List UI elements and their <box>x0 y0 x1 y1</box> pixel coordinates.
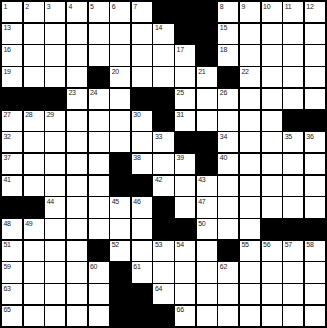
crossword-cell[interactable]: 57 <box>283 241 303 261</box>
crossword-cell[interactable]: 49 <box>24 219 44 239</box>
crossword-cell[interactable]: 6 <box>110 2 130 22</box>
crossword-cell[interactable]: 56 <box>262 241 282 261</box>
clue-number: 15 <box>220 24 227 32</box>
crossword-cell[interactable] <box>218 176 238 196</box>
crossword-cell[interactable]: 7 <box>132 2 152 22</box>
crossword-cell[interactable] <box>283 262 303 282</box>
crossword-cell[interactable]: 65 <box>2 306 22 326</box>
clue-number: 46 <box>133 198 140 206</box>
clue-number: 18 <box>220 46 227 54</box>
crossword-cell[interactable] <box>67 284 87 304</box>
blocked-cell <box>132 89 152 109</box>
blocked-cell <box>24 197 44 217</box>
clue-number: 14 <box>155 24 162 32</box>
clue-number: 43 <box>198 176 205 184</box>
crossword-cell[interactable] <box>67 67 87 87</box>
crossword-cell[interactable]: 3 <box>45 2 65 22</box>
crossword-cell[interactable]: 4 <box>67 2 87 22</box>
crossword-cell[interactable] <box>283 45 303 65</box>
crossword-cell[interactable] <box>45 67 65 87</box>
clue-number: 23 <box>68 89 75 97</box>
crossword-cell[interactable] <box>262 154 282 174</box>
crossword-cell[interactable]: 13 <box>2 24 22 44</box>
crossword-cell[interactable] <box>283 197 303 217</box>
crossword-cell[interactable]: 28 <box>24 111 44 131</box>
crossword-cell[interactable] <box>218 306 238 326</box>
crossword-cell[interactable] <box>218 219 238 239</box>
crossword-cell[interactable] <box>197 262 217 282</box>
crossword-cell[interactable] <box>45 154 65 174</box>
crossword-cell[interactable] <box>89 219 109 239</box>
clue-number: 65 <box>4 306 11 314</box>
blocked-cell <box>110 262 130 282</box>
crossword-cell[interactable]: 26 <box>218 89 238 109</box>
clue-number: 54 <box>177 241 184 249</box>
crossword-cell[interactable] <box>67 111 87 131</box>
crossword-cell[interactable]: 31 <box>175 111 195 131</box>
crossword-cell[interactable]: 50 <box>197 219 217 239</box>
crossword-cell[interactable]: 20 <box>110 67 130 87</box>
crossword-cell[interactable]: 64 <box>153 284 173 304</box>
clue-number: 61 <box>133 263 140 271</box>
clue-number: 64 <box>155 285 162 293</box>
crossword-cell[interactable] <box>132 132 152 152</box>
crossword-cell[interactable] <box>305 176 325 196</box>
clue-number: 53 <box>155 241 162 249</box>
crossword-cell[interactable] <box>218 197 238 217</box>
clue-number: 10 <box>263 3 270 11</box>
blocked-cell <box>197 45 217 65</box>
crossword-cell[interactable] <box>262 284 282 304</box>
clue-number: 49 <box>25 220 32 228</box>
crossword-cell[interactable]: 23 <box>67 89 87 109</box>
clue-number: 12 <box>306 3 313 11</box>
clue-number: 39 <box>177 154 184 162</box>
crossword-cell[interactable]: 55 <box>240 241 260 261</box>
blocked-cell <box>218 67 238 87</box>
crossword-cell[interactable]: 62 <box>218 262 238 282</box>
crossword-cell[interactable] <box>262 132 282 152</box>
blocked-cell <box>110 284 130 304</box>
clue-number: 37 <box>4 154 11 162</box>
blocked-cell <box>24 89 44 109</box>
blocked-cell <box>305 111 325 131</box>
crossword-grid: 1234567891011121314151617181920212223242… <box>0 0 327 328</box>
crossword-cell[interactable]: 43 <box>197 176 217 196</box>
clue-number: 21 <box>198 68 205 76</box>
crossword-cell[interactable] <box>240 132 260 152</box>
crossword-cell[interactable] <box>24 262 44 282</box>
clue-number: 34 <box>220 133 227 141</box>
crossword-cell[interactable]: 47 <box>197 197 217 217</box>
blocked-cell <box>45 89 65 109</box>
blocked-cell <box>262 219 282 239</box>
clue-number: 60 <box>90 263 97 271</box>
crossword-cell[interactable]: 41 <box>2 176 22 196</box>
crossword-cell[interactable] <box>153 67 173 87</box>
crossword-cell[interactable] <box>262 197 282 217</box>
crossword-cell[interactable] <box>67 262 87 282</box>
crossword-cell[interactable] <box>24 241 44 261</box>
blocked-cell <box>153 197 173 217</box>
crossword-cell[interactable]: 32 <box>2 132 22 152</box>
crossword-cell[interactable] <box>132 67 152 87</box>
crossword-cell[interactable]: 18 <box>218 45 238 65</box>
crossword-cell[interactable] <box>132 24 152 44</box>
crossword-cell[interactable] <box>110 219 130 239</box>
crossword-cell[interactable]: 22 <box>240 67 260 87</box>
blocked-cell <box>132 306 152 326</box>
crossword-cell[interactable] <box>45 284 65 304</box>
crossword-cell[interactable] <box>197 111 217 131</box>
crossword-cell[interactable] <box>262 89 282 109</box>
crossword-cell[interactable] <box>67 176 87 196</box>
crossword-cell[interactable] <box>89 306 109 326</box>
blocked-cell <box>305 219 325 239</box>
crossword-cell[interactable]: 61 <box>132 262 152 282</box>
blocked-cell <box>283 219 303 239</box>
blocked-cell <box>197 2 217 22</box>
crossword-cell[interactable] <box>240 45 260 65</box>
blocked-cell <box>197 132 217 152</box>
crossword-cell[interactable] <box>132 219 152 239</box>
crossword-cell[interactable] <box>240 306 260 326</box>
clue-number: 33 <box>155 133 162 141</box>
crossword-cell[interactable] <box>89 111 109 131</box>
crossword-cell[interactable] <box>89 154 109 174</box>
crossword-cell[interactable] <box>283 284 303 304</box>
crossword-cell[interactable] <box>283 24 303 44</box>
crossword-cell[interactable] <box>132 241 152 261</box>
crossword-cell[interactable] <box>175 284 195 304</box>
clue-number: 2 <box>25 3 29 11</box>
crossword-cell[interactable]: 5 <box>89 2 109 22</box>
crossword-cell[interactable] <box>305 24 325 44</box>
clue-number: 28 <box>25 111 32 119</box>
crossword-cell[interactable]: 59 <box>2 262 22 282</box>
crossword-cell[interactable] <box>305 154 325 174</box>
clue-number: 17 <box>177 46 184 54</box>
crossword-cell[interactable]: 14 <box>153 24 173 44</box>
blocked-cell <box>132 284 152 304</box>
clue-number: 41 <box>4 176 11 184</box>
clue-number: 7 <box>133 3 137 11</box>
crossword-cell[interactable]: 30 <box>132 111 152 131</box>
blocked-cell <box>110 154 130 174</box>
clue-number: 19 <box>4 68 11 76</box>
crossword-cell[interactable] <box>89 132 109 152</box>
crossword-cell[interactable] <box>262 306 282 326</box>
clue-number: 26 <box>220 89 227 97</box>
crossword-cell[interactable]: 51 <box>2 241 22 261</box>
crossword-cell[interactable]: 60 <box>89 262 109 282</box>
blocked-cell <box>153 89 173 109</box>
crossword-cell[interactable] <box>283 306 303 326</box>
clue-number: 58 <box>306 241 313 249</box>
blocked-cell <box>2 89 22 109</box>
crossword-cell[interactable] <box>45 176 65 196</box>
crossword-cell[interactable] <box>24 176 44 196</box>
crossword-cell[interactable]: 54 <box>175 241 195 261</box>
clue-number: 24 <box>90 89 97 97</box>
crossword-cell[interactable] <box>218 111 238 131</box>
clue-number: 20 <box>112 68 119 76</box>
clue-number: 13 <box>4 24 11 32</box>
blocked-cell <box>110 306 130 326</box>
crossword-cell[interactable]: 34 <box>218 132 238 152</box>
crossword-cell[interactable]: 53 <box>153 241 173 261</box>
crossword-cell[interactable] <box>175 197 195 217</box>
blocked-cell <box>218 241 238 261</box>
crossword-cell[interactable] <box>305 262 325 282</box>
crossword-cell[interactable] <box>197 241 217 261</box>
clue-number: 45 <box>112 198 119 206</box>
clue-number: 6 <box>112 3 116 11</box>
crossword-cell[interactable] <box>240 89 260 109</box>
blocked-cell <box>153 111 173 131</box>
crossword-cell[interactable]: 37 <box>2 154 22 174</box>
crossword-cell[interactable] <box>45 241 65 261</box>
blocked-cell <box>283 111 303 131</box>
crossword-cell[interactable] <box>67 132 87 152</box>
crossword-cell[interactable] <box>24 154 44 174</box>
blocked-cell <box>89 241 109 261</box>
clue-number: 48 <box>4 220 11 228</box>
crossword-cell[interactable] <box>262 24 282 44</box>
crossword-cell[interactable] <box>218 284 238 304</box>
crossword-cell[interactable]: 15 <box>218 24 238 44</box>
crossword-cell[interactable]: 25 <box>175 89 195 109</box>
clue-number: 32 <box>4 133 11 141</box>
crossword-cell[interactable] <box>24 132 44 152</box>
crossword-cell[interactable] <box>67 45 87 65</box>
clue-number: 40 <box>220 154 227 162</box>
crossword-cell[interactable] <box>153 154 173 174</box>
crossword-cell[interactable]: 2 <box>24 2 44 22</box>
crossword-cell[interactable]: 38 <box>132 154 152 174</box>
crossword-cell[interactable] <box>197 284 217 304</box>
crossword-cell[interactable] <box>240 219 260 239</box>
crossword-cell[interactable] <box>305 67 325 87</box>
clue-number: 4 <box>68 3 72 11</box>
blocked-cell <box>2 197 22 217</box>
crossword-cell[interactable] <box>24 24 44 44</box>
crossword-cell[interactable] <box>132 45 152 65</box>
crossword-cell[interactable] <box>153 45 173 65</box>
crossword-cell[interactable]: 40 <box>218 154 238 174</box>
clue-number: 8 <box>220 3 224 11</box>
crossword-cell[interactable] <box>24 67 44 87</box>
blocked-cell <box>153 219 173 239</box>
crossword-cell[interactable]: 66 <box>175 306 195 326</box>
crossword-cell[interactable]: 27 <box>2 111 22 131</box>
crossword-cell[interactable]: 10 <box>262 2 282 22</box>
crossword-cell[interactable] <box>110 24 130 44</box>
crossword-cell[interactable]: 1 <box>2 2 22 22</box>
crossword-cell[interactable] <box>262 176 282 196</box>
crossword-cell[interactable]: 39 <box>175 154 195 174</box>
crossword-cell[interactable] <box>175 262 195 282</box>
crossword-cell[interactable] <box>175 67 195 87</box>
crossword-cell[interactable]: 42 <box>153 176 173 196</box>
crossword-cell[interactable]: 48 <box>2 219 22 239</box>
crossword-cell[interactable] <box>45 219 65 239</box>
crossword-cell[interactable] <box>283 176 303 196</box>
clue-number: 16 <box>4 46 11 54</box>
crossword-cell[interactable]: 45 <box>110 197 130 217</box>
blocked-cell <box>175 24 195 44</box>
clue-number: 55 <box>241 241 248 249</box>
crossword-cell[interactable] <box>262 67 282 87</box>
crossword-cell[interactable] <box>240 284 260 304</box>
crossword-cell[interactable] <box>45 45 65 65</box>
blocked-cell <box>89 67 109 87</box>
crossword-cell[interactable] <box>45 24 65 44</box>
clue-number: 5 <box>90 3 94 11</box>
crossword-cell[interactable]: 58 <box>305 241 325 261</box>
crossword-cell[interactable]: 9 <box>240 2 260 22</box>
clue-number: 3 <box>47 3 51 11</box>
crossword-cell[interactable] <box>45 306 65 326</box>
crossword-cell[interactable] <box>89 284 109 304</box>
clue-number: 56 <box>263 241 270 249</box>
crossword-cell[interactable]: 16 <box>2 45 22 65</box>
crossword-cell[interactable] <box>240 262 260 282</box>
clue-number: 63 <box>4 285 11 293</box>
crossword-cell[interactable]: 11 <box>283 2 303 22</box>
crossword-cell[interactable] <box>24 45 44 65</box>
crossword-cell[interactable]: 24 <box>89 89 109 109</box>
crossword-cell[interactable]: 35 <box>283 132 303 152</box>
crossword-cell[interactable]: 63 <box>2 284 22 304</box>
clue-number: 25 <box>177 89 184 97</box>
crossword-cell[interactable] <box>262 111 282 131</box>
crossword-cell[interactable]: 19 <box>2 67 22 87</box>
clue-number: 22 <box>241 68 248 76</box>
blocked-cell <box>132 176 152 196</box>
clue-number: 30 <box>133 111 140 119</box>
crossword-cell[interactable] <box>67 24 87 44</box>
clue-number: 57 <box>285 241 292 249</box>
clue-number: 42 <box>155 176 162 184</box>
crossword-cell[interactable] <box>89 45 109 65</box>
crossword-cell[interactable]: 33 <box>153 132 173 152</box>
blocked-cell <box>175 219 195 239</box>
clue-number: 27 <box>4 111 11 119</box>
crossword-cell[interactable] <box>305 197 325 217</box>
crossword-cell[interactable] <box>67 154 87 174</box>
crossword-cell[interactable] <box>67 241 87 261</box>
crossword-cell[interactable] <box>110 45 130 65</box>
crossword-cell[interactable] <box>45 132 65 152</box>
blocked-cell <box>197 24 217 44</box>
crossword-cell[interactable]: 21 <box>197 67 217 87</box>
crossword-cell[interactable] <box>24 284 44 304</box>
crossword-cell[interactable]: 12 <box>305 2 325 22</box>
crossword-cell[interactable] <box>67 197 87 217</box>
crossword-cell[interactable] <box>110 89 130 109</box>
crossword-cell[interactable] <box>305 284 325 304</box>
clue-number: 44 <box>47 198 54 206</box>
crossword-cell[interactable] <box>67 306 87 326</box>
crossword-cell[interactable] <box>67 219 87 239</box>
clue-number: 36 <box>306 133 313 141</box>
crossword-cell[interactable] <box>197 89 217 109</box>
clue-number: 51 <box>4 241 11 249</box>
crossword-cell[interactable]: 44 <box>45 197 65 217</box>
crossword-cell[interactable] <box>305 306 325 326</box>
crossword-cell[interactable] <box>89 197 109 217</box>
crossword-cell[interactable]: 52 <box>110 241 130 261</box>
crossword-cell[interactable] <box>24 306 44 326</box>
blocked-cell <box>197 154 217 174</box>
crossword-cell[interactable] <box>283 154 303 174</box>
crossword-cell[interactable] <box>197 306 217 326</box>
crossword-cell[interactable] <box>262 45 282 65</box>
blocked-cell <box>175 132 195 152</box>
crossword-cell[interactable] <box>240 24 260 44</box>
crossword-cell[interactable] <box>305 89 325 109</box>
clue-number: 66 <box>177 306 184 314</box>
crossword-cell[interactable]: 17 <box>175 45 195 65</box>
crossword-cell[interactable] <box>283 89 303 109</box>
crossword-cell[interactable] <box>175 176 195 196</box>
crossword-cell[interactable]: 8 <box>218 2 238 22</box>
crossword-cell[interactable] <box>240 154 260 174</box>
crossword-cell[interactable] <box>153 262 173 282</box>
crossword-cell[interactable] <box>45 262 65 282</box>
clue-number: 9 <box>241 3 245 11</box>
blocked-cell <box>153 306 173 326</box>
crossword-cell[interactable] <box>110 111 130 131</box>
clue-number: 29 <box>47 111 54 119</box>
crossword-cell[interactable]: 29 <box>45 111 65 131</box>
crossword-cell[interactable]: 46 <box>132 197 152 217</box>
clue-number: 11 <box>285 3 292 11</box>
clue-number: 31 <box>177 111 184 119</box>
crossword-cell[interactable] <box>240 176 260 196</box>
clue-number: 35 <box>285 133 292 141</box>
crossword-cell[interactable]: 36 <box>305 132 325 152</box>
crossword-cell[interactable] <box>283 67 303 87</box>
blocked-cell <box>175 2 195 22</box>
crossword-cell[interactable] <box>89 176 109 196</box>
crossword-cell[interactable] <box>262 262 282 282</box>
clue-number: 52 <box>112 241 119 249</box>
blocked-cell <box>110 176 130 196</box>
crossword-cell[interactable] <box>110 132 130 152</box>
crossword-cell[interactable] <box>305 45 325 65</box>
clue-number: 59 <box>4 263 11 271</box>
clue-number: 47 <box>198 198 205 206</box>
blocked-cell <box>153 2 173 22</box>
crossword-cell[interactable] <box>240 111 260 131</box>
clue-number: 1 <box>4 3 8 11</box>
clue-number: 62 <box>220 263 227 271</box>
crossword-cell[interactable] <box>89 24 109 44</box>
crossword-cell[interactable] <box>240 197 260 217</box>
clue-number: 50 <box>198 220 205 228</box>
clue-number: 38 <box>133 154 140 162</box>
